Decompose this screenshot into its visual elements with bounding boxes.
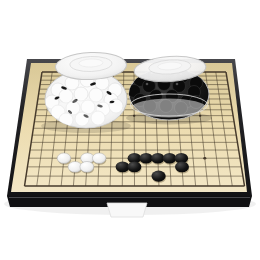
frame-latch	[107, 203, 147, 217]
black-stone	[151, 171, 165, 182]
black-stone	[116, 161, 130, 172]
white-stone	[80, 161, 94, 172]
black-stone	[163, 153, 177, 164]
white-stone	[92, 153, 106, 164]
black-stone-bowl	[126, 54, 212, 124]
black-stone	[139, 153, 153, 164]
black-stone	[175, 161, 189, 172]
star-point	[203, 157, 206, 160]
go-set-product-photo	[0, 0, 260, 260]
black-stone	[127, 161, 141, 172]
white-stone	[57, 153, 71, 164]
go-set-scene	[0, 0, 260, 260]
black-stone	[151, 153, 165, 164]
